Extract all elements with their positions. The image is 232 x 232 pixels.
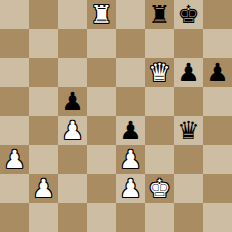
square-c7[interactable] xyxy=(58,29,87,58)
black-pawn-icon[interactable]: ♟ xyxy=(119,116,141,145)
square-b2[interactable]: ♟ xyxy=(29,174,58,203)
square-h1[interactable] xyxy=(203,203,232,232)
square-h2[interactable] xyxy=(203,174,232,203)
white-pawn-icon[interactable]: ♟ xyxy=(3,145,25,174)
square-h7[interactable] xyxy=(203,29,232,58)
square-h8[interactable] xyxy=(203,0,232,29)
square-d3[interactable] xyxy=(87,145,116,174)
square-d1[interactable] xyxy=(87,203,116,232)
square-b5[interactable] xyxy=(29,87,58,116)
square-c5[interactable]: ♟ xyxy=(58,87,87,116)
square-c6[interactable] xyxy=(58,58,87,87)
square-f3[interactable] xyxy=(145,145,174,174)
black-rook-icon[interactable]: ♜ xyxy=(148,0,170,29)
square-d7[interactable] xyxy=(87,29,116,58)
square-b3[interactable] xyxy=(29,145,58,174)
square-e7[interactable] xyxy=(116,29,145,58)
square-b7[interactable] xyxy=(29,29,58,58)
square-h6[interactable]: ♟ xyxy=(203,58,232,87)
square-e1[interactable] xyxy=(116,203,145,232)
black-pawn-icon[interactable]: ♟ xyxy=(61,87,83,116)
square-c3[interactable] xyxy=(58,145,87,174)
square-a7[interactable] xyxy=(0,29,29,58)
square-e5[interactable] xyxy=(116,87,145,116)
square-c2[interactable] xyxy=(58,174,87,203)
black-pawn-icon[interactable]: ♟ xyxy=(206,58,228,87)
square-e3[interactable]: ♟ xyxy=(116,145,145,174)
square-d6[interactable] xyxy=(87,58,116,87)
square-g7[interactable] xyxy=(174,29,203,58)
square-d2[interactable] xyxy=(87,174,116,203)
square-d5[interactable] xyxy=(87,87,116,116)
square-d4[interactable] xyxy=(87,116,116,145)
square-a4[interactable] xyxy=(0,116,29,145)
square-a2[interactable] xyxy=(0,174,29,203)
white-rook-icon[interactable]: ♜ xyxy=(90,0,112,29)
square-h4[interactable] xyxy=(203,116,232,145)
square-e2[interactable]: ♟ xyxy=(116,174,145,203)
square-a6[interactable] xyxy=(0,58,29,87)
black-king-icon[interactable]: ♚ xyxy=(177,0,199,29)
square-b6[interactable] xyxy=(29,58,58,87)
square-g1[interactable] xyxy=(174,203,203,232)
square-h3[interactable] xyxy=(203,145,232,174)
square-c8[interactable] xyxy=(58,0,87,29)
square-b8[interactable] xyxy=(29,0,58,29)
square-f2[interactable]: ♚ xyxy=(145,174,174,203)
white-pawn-icon[interactable]: ♟ xyxy=(32,174,54,203)
square-c1[interactable] xyxy=(58,203,87,232)
square-g6[interactable]: ♟ xyxy=(174,58,203,87)
square-a5[interactable] xyxy=(0,87,29,116)
square-g2[interactable] xyxy=(174,174,203,203)
white-pawn-icon[interactable]: ♟ xyxy=(61,116,83,145)
square-e4[interactable]: ♟ xyxy=(116,116,145,145)
square-f8[interactable]: ♜ xyxy=(145,0,174,29)
square-f6[interactable]: ♛ xyxy=(145,58,174,87)
square-g4[interactable]: ♛ xyxy=(174,116,203,145)
square-a3[interactable]: ♟ xyxy=(0,145,29,174)
square-b1[interactable] xyxy=(29,203,58,232)
square-f5[interactable] xyxy=(145,87,174,116)
square-e8[interactable] xyxy=(116,0,145,29)
white-pawn-icon[interactable]: ♟ xyxy=(119,174,141,203)
square-b4[interactable] xyxy=(29,116,58,145)
square-a1[interactable] xyxy=(0,203,29,232)
square-d8[interactable]: ♜ xyxy=(87,0,116,29)
square-e6[interactable] xyxy=(116,58,145,87)
square-f7[interactable] xyxy=(145,29,174,58)
square-f4[interactable] xyxy=(145,116,174,145)
white-king-icon[interactable]: ♚ xyxy=(148,174,170,203)
square-a8[interactable] xyxy=(0,0,29,29)
square-f1[interactable] xyxy=(145,203,174,232)
chess-board: ♜♜♚♛♟♟♟♟♟♛♟♟♟♟♚ xyxy=(0,0,232,232)
square-g8[interactable]: ♚ xyxy=(174,0,203,29)
white-queen-icon[interactable]: ♛ xyxy=(148,58,170,87)
black-pawn-icon[interactable]: ♟ xyxy=(177,58,199,87)
square-g5[interactable] xyxy=(174,87,203,116)
square-c4[interactable]: ♟ xyxy=(58,116,87,145)
white-pawn-icon[interactable]: ♟ xyxy=(119,145,141,174)
square-h5[interactable] xyxy=(203,87,232,116)
square-g3[interactable] xyxy=(174,145,203,174)
black-queen-icon[interactable]: ♛ xyxy=(177,116,199,145)
